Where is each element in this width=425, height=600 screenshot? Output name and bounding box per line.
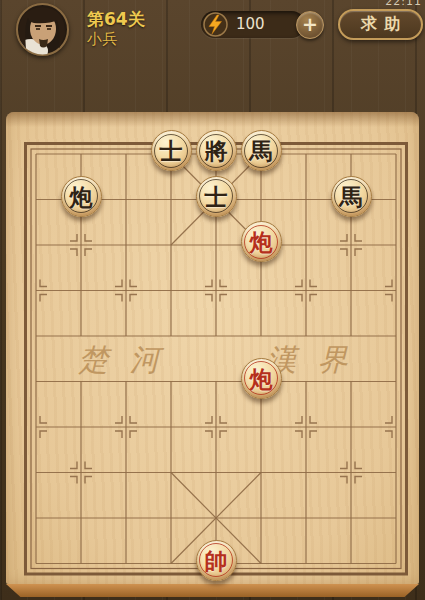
piece-glyph: 炮	[70, 185, 93, 208]
piece-glyph: 馬	[340, 185, 363, 208]
energy-value: 100	[236, 15, 265, 33]
piece-glyph: 士	[160, 139, 183, 162]
game-screen: 22:11 第64关 小兵 100 + 求助	[0, 0, 425, 600]
piece-black-general-e10[interactable]: 將	[196, 130, 237, 171]
piece-grid: 士將馬炮士馬炮炮帥	[14, 128, 419, 583]
piece-glyph: 士	[205, 185, 228, 208]
piece-black-advisor-e9[interactable]: 士	[196, 176, 237, 217]
energy-counter: 100	[201, 11, 305, 38]
avatar-portrait-icon	[16, 3, 69, 56]
piece-black-horse-f10[interactable]: 馬	[241, 130, 282, 171]
piece-glyph: 炮	[250, 367, 273, 390]
piece-glyph: 帥	[205, 549, 228, 572]
piece-glyph: 炮	[250, 230, 273, 253]
piece-black-cannon-b9[interactable]: 炮	[61, 176, 102, 217]
lightning-icon	[203, 12, 228, 37]
piece-glyph: 馬	[250, 139, 273, 162]
add-energy-button[interactable]: +	[296, 11, 324, 39]
piece-black-advisor-d10[interactable]: 士	[151, 130, 192, 171]
level-subtitle: 小兵	[87, 30, 117, 49]
piece-red-cannon-f5[interactable]: 炮	[241, 358, 282, 399]
avatar[interactable]	[16, 3, 69, 56]
piece-red-cannon-f8[interactable]: 炮	[241, 221, 282, 262]
piece-glyph: 將	[205, 139, 228, 162]
system-clock: 22:11	[385, 0, 422, 8]
level-label: 第64关	[87, 8, 145, 31]
help-button[interactable]: 求助	[338, 9, 423, 40]
board-front-edge	[6, 584, 419, 597]
piece-black-horse-h9[interactable]: 馬	[331, 176, 372, 217]
piece-red-general-e1[interactable]: 帥	[196, 540, 237, 581]
